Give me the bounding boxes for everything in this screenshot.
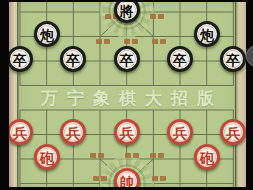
piece-glyph: 卒 (66, 52, 80, 66)
piece-glyph: 砲 (200, 150, 214, 164)
piece-black-cannon-left[interactable]: 炮 (34, 21, 60, 47)
piece-red-soldier-3[interactable]: 兵 (114, 119, 140, 145)
piece-black-general[interactable]: 將 (114, 0, 140, 23)
piece-glyph: 卒 (13, 52, 27, 66)
letterbox-left (0, 0, 9, 190)
palace-label-icon (150, 153, 164, 158)
piece-black-soldier-2[interactable]: 卒 (60, 46, 86, 72)
piece-glyph: 將 (120, 3, 134, 17)
piece-red-soldier-4[interactable]: 兵 (167, 119, 193, 145)
piece-black-cannon-right[interactable]: 炮 (194, 21, 220, 47)
piece-black-soldier-4[interactable]: 卒 (167, 46, 193, 72)
piece-glyph: 卒 (173, 52, 187, 66)
piece-glyph: 卒 (226, 52, 240, 66)
palace-label-icon (152, 39, 166, 44)
piece-red-soldier-1[interactable]: 兵 (7, 119, 33, 145)
palace-label-icon (90, 153, 104, 158)
piece-glyph: 炮 (200, 28, 214, 42)
piece-glyph: 兵 (120, 126, 134, 140)
letterbox-right (246, 0, 253, 190)
piece-black-soldier-1[interactable]: 卒 (7, 46, 33, 72)
piece-glyph: 兵 (13, 126, 27, 140)
piece-black-soldier-3[interactable]: 卒 (114, 46, 140, 72)
letterbox-top (0, 0, 253, 2)
palace-label-icon (125, 153, 139, 158)
palace-label-icon (96, 39, 110, 44)
piece-glyph: 兵 (66, 126, 80, 140)
piece-black-soldier-5[interactable]: 卒 (220, 46, 246, 72)
piece-glyph: 兵 (226, 126, 240, 140)
palace-label-icon (124, 39, 138, 44)
palace-label-icon (152, 176, 166, 181)
piece-red-cannon-right[interactable]: 砲 (194, 144, 220, 170)
palace-label-icon (93, 176, 107, 181)
letterbox-bottom (0, 187, 253, 190)
piece-glyph: 炮 (40, 28, 54, 42)
piece-glyph: 砲 (40, 150, 54, 164)
piece-red-cannon-left[interactable]: 砲 (34, 144, 60, 170)
piece-glyph: 兵 (173, 126, 187, 140)
palace-label-icon (150, 14, 164, 19)
screenshot-stage: 万宁象棋大招版 將炮炮卒卒卒卒卒兵兵兵兵砲砲兵帥 (0, 0, 253, 190)
piece-glyph: 卒 (120, 52, 134, 66)
